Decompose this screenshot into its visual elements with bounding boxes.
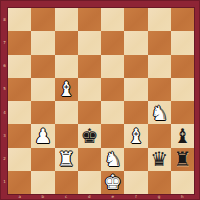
square-h1[interactable] [171, 171, 194, 194]
black-bishop-h3[interactable]: ♝ [171, 124, 194, 147]
white-bishop-c5[interactable]: ♝ [55, 78, 78, 101]
file-label-b: b [31, 195, 54, 200]
square-f3[interactable]: ♝ [124, 124, 147, 147]
square-h4[interactable] [171, 101, 194, 124]
square-g4[interactable]: ♞ [148, 101, 171, 124]
file-label-c: c [55, 195, 78, 200]
square-d2[interactable] [78, 148, 101, 171]
rank-label-3: 3 [1, 134, 8, 138]
square-f5[interactable] [124, 78, 147, 101]
square-e3[interactable] [101, 124, 124, 147]
square-a3[interactable] [8, 124, 31, 147]
square-c2[interactable]: ♜ [55, 148, 78, 171]
square-d8[interactable] [78, 8, 101, 31]
square-g3[interactable] [148, 124, 171, 147]
file-label-a: a [8, 195, 31, 200]
square-b7[interactable] [31, 31, 54, 54]
square-h7[interactable] [171, 31, 194, 54]
square-a1[interactable] [8, 171, 31, 194]
square-g6[interactable] [148, 55, 171, 78]
black-rook-h2[interactable]: ♜ [171, 148, 194, 171]
black-queen-g2[interactable]: ♛ [148, 148, 171, 171]
white-pawn-b3[interactable]: ♟ [31, 124, 54, 147]
white-rook-c2[interactable]: ♜ [55, 148, 78, 171]
square-d6[interactable] [78, 55, 101, 78]
rank-label-5: 5 [1, 87, 8, 91]
square-b3[interactable]: ♟ [31, 124, 54, 147]
file-label-f: f [124, 195, 147, 200]
square-b4[interactable] [31, 101, 54, 124]
square-f4[interactable] [124, 101, 147, 124]
white-knight-e2[interactable]: ♞ [101, 148, 124, 171]
rank-label-1: 1 [1, 180, 8, 184]
chessboard-screenshot: ♝♞♟♚♝♝♜♞♛♜♚ 87654321abcdefgh [0, 0, 200, 200]
square-c1[interactable] [55, 171, 78, 194]
square-e7[interactable] [101, 31, 124, 54]
square-e4[interactable] [101, 101, 124, 124]
square-c8[interactable] [55, 8, 78, 31]
rank-label-2: 2 [1, 157, 8, 161]
white-knight-g4[interactable]: ♞ [148, 101, 171, 124]
rank-label-8: 8 [1, 18, 8, 22]
square-d3[interactable]: ♚ [78, 124, 101, 147]
square-c3[interactable] [55, 124, 78, 147]
square-c4[interactable] [55, 101, 78, 124]
rank-label-6: 6 [1, 64, 8, 68]
square-c6[interactable] [55, 55, 78, 78]
square-b2[interactable] [31, 148, 54, 171]
square-a5[interactable] [8, 78, 31, 101]
chess-board: ♝♞♟♚♝♝♜♞♛♜♚ [8, 8, 194, 194]
file-label-h: h [171, 195, 194, 200]
square-h5[interactable] [171, 78, 194, 101]
square-b1[interactable] [31, 171, 54, 194]
square-g7[interactable] [148, 31, 171, 54]
square-e5[interactable] [101, 78, 124, 101]
square-d5[interactable] [78, 78, 101, 101]
square-e8[interactable] [101, 8, 124, 31]
square-h3[interactable]: ♝ [171, 124, 194, 147]
square-f2[interactable] [124, 148, 147, 171]
board-frame: ♝♞♟♚♝♝♜♞♛♜♚ 87654321abcdefgh [0, 0, 200, 200]
square-d7[interactable] [78, 31, 101, 54]
square-e1[interactable]: ♚ [101, 171, 124, 194]
square-b5[interactable] [31, 78, 54, 101]
square-a8[interactable] [8, 8, 31, 31]
square-d4[interactable] [78, 101, 101, 124]
square-h6[interactable] [171, 55, 194, 78]
square-h2[interactable]: ♜ [171, 148, 194, 171]
rank-label-7: 7 [1, 41, 8, 45]
rank-label-4: 4 [1, 111, 8, 115]
square-a4[interactable] [8, 101, 31, 124]
white-king-e1[interactable]: ♚ [101, 171, 124, 194]
square-d1[interactable] [78, 171, 101, 194]
square-h8[interactable] [171, 8, 194, 31]
square-f7[interactable] [124, 31, 147, 54]
square-a7[interactable] [8, 31, 31, 54]
square-b8[interactable] [31, 8, 54, 31]
black-king-d3[interactable]: ♚ [78, 124, 101, 147]
square-c7[interactable] [55, 31, 78, 54]
square-g8[interactable] [148, 8, 171, 31]
square-g5[interactable] [148, 78, 171, 101]
file-label-g: g [148, 195, 171, 200]
square-c5[interactable]: ♝ [55, 78, 78, 101]
square-e6[interactable] [101, 55, 124, 78]
square-g1[interactable] [148, 171, 171, 194]
square-a6[interactable] [8, 55, 31, 78]
square-f8[interactable] [124, 8, 147, 31]
file-label-e: e [101, 195, 124, 200]
square-b6[interactable] [31, 55, 54, 78]
square-f6[interactable] [124, 55, 147, 78]
square-a2[interactable] [8, 148, 31, 171]
square-f1[interactable] [124, 171, 147, 194]
square-g2[interactable]: ♛ [148, 148, 171, 171]
white-bishop-f3[interactable]: ♝ [124, 124, 147, 147]
square-e2[interactable]: ♞ [101, 148, 124, 171]
file-label-d: d [78, 195, 101, 200]
